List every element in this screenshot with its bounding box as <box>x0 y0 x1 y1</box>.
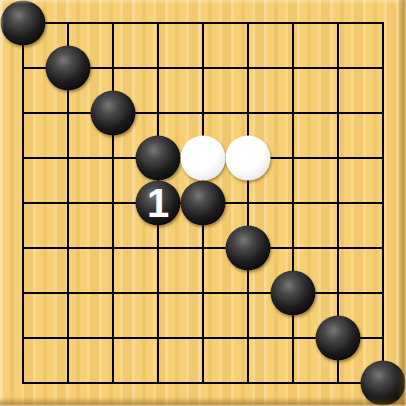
black-stone <box>136 136 181 181</box>
black-stone <box>271 271 316 316</box>
grid-line-vertical <box>247 22 249 384</box>
grid-line-horizontal <box>22 382 384 384</box>
white-stone <box>226 136 271 181</box>
go-board[interactable]: 1 <box>0 0 406 406</box>
black-stone <box>361 361 406 406</box>
black-stone <box>181 181 226 226</box>
black-stone <box>1 1 46 46</box>
black-stone <box>226 226 271 271</box>
white-stone <box>181 136 226 181</box>
black-stone <box>91 91 136 136</box>
black-stone <box>46 46 91 91</box>
black-stone <box>316 316 361 361</box>
grid-line-vertical <box>292 22 294 384</box>
grid-line-horizontal <box>22 247 384 249</box>
grid-line-horizontal <box>22 292 384 294</box>
grid-line-vertical <box>382 22 384 384</box>
move-number-label: 1 <box>136 181 181 226</box>
